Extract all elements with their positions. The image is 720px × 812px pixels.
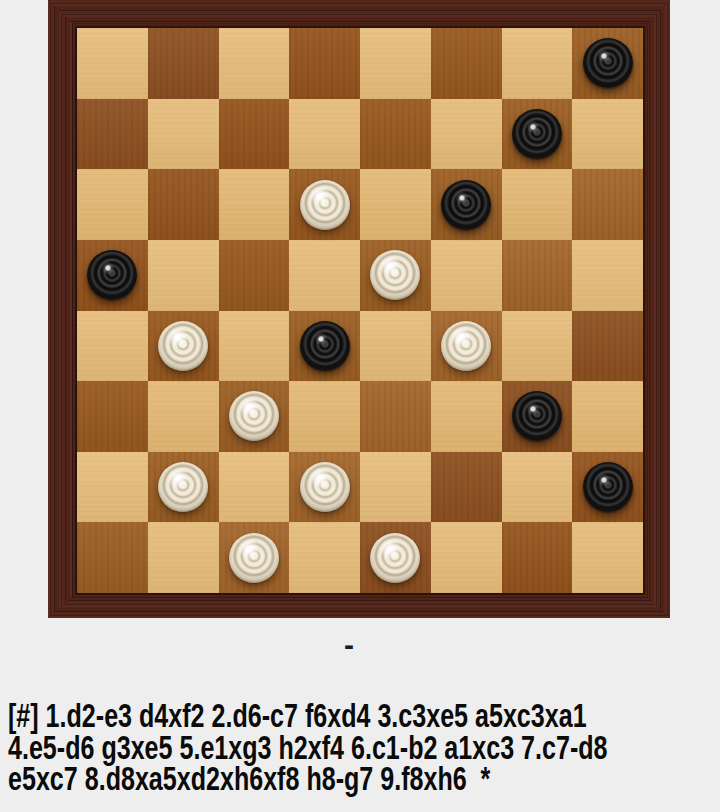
square-b8[interactable] — [148, 28, 219, 99]
square-f4[interactable] — [431, 311, 502, 382]
square-f2[interactable] — [431, 452, 502, 523]
white-man-f4[interactable] — [441, 321, 491, 371]
square-g4[interactable] — [502, 311, 573, 382]
square-f1[interactable] — [431, 522, 502, 593]
board-frame-right — [643, 0, 670, 618]
square-h2[interactable] — [572, 452, 643, 523]
square-f7[interactable] — [431, 99, 502, 170]
move-list-line: [#] 1.d2-e3 d4xf2 2.d6-c7 f6xd4 3.c3xe5 … — [8, 700, 549, 732]
square-a5[interactable] — [77, 240, 148, 311]
square-a7[interactable] — [77, 99, 148, 170]
square-e8[interactable] — [360, 28, 431, 99]
square-d3[interactable] — [289, 381, 360, 452]
white-man-d6[interactable] — [300, 180, 350, 230]
square-b6[interactable] — [148, 169, 219, 240]
square-e6[interactable] — [360, 169, 431, 240]
move-list-line: e5xc7 8.d8xa5xd2xh6xf8 h8-g7 9.f8xh6 * — [8, 763, 549, 795]
black-man-d4[interactable] — [300, 321, 350, 371]
white-man-d2[interactable] — [300, 462, 350, 512]
square-b5[interactable] — [148, 240, 219, 311]
square-d4[interactable] — [289, 311, 360, 382]
white-man-b4[interactable] — [158, 321, 208, 371]
square-d2[interactable] — [289, 452, 360, 523]
square-e1[interactable] — [360, 522, 431, 593]
white-man-c3[interactable] — [229, 391, 279, 441]
square-b1[interactable] — [148, 522, 219, 593]
square-h6[interactable] — [572, 169, 643, 240]
black-man-g7[interactable] — [512, 109, 562, 159]
square-a2[interactable] — [77, 452, 148, 523]
square-c2[interactable] — [219, 452, 290, 523]
white-man-e1[interactable] — [370, 533, 420, 583]
square-d1[interactable] — [289, 522, 360, 593]
black-man-g3[interactable] — [512, 391, 562, 441]
square-e3[interactable] — [360, 381, 431, 452]
square-e5[interactable] — [360, 240, 431, 311]
square-c4[interactable] — [219, 311, 290, 382]
square-b3[interactable] — [148, 381, 219, 452]
square-g5[interactable] — [502, 240, 573, 311]
square-c7[interactable] — [219, 99, 290, 170]
square-g3[interactable] — [502, 381, 573, 452]
square-f8[interactable] — [431, 28, 502, 99]
square-a6[interactable] — [77, 169, 148, 240]
square-g8[interactable] — [502, 28, 573, 99]
square-a3[interactable] — [77, 381, 148, 452]
square-h7[interactable] — [572, 99, 643, 170]
square-f3[interactable] — [431, 381, 502, 452]
move-list-line: 4.e5-d6 g3xe5 5.e1xg3 h2xf4 6.c1-b2 a1xc… — [8, 732, 549, 764]
board-frame-left — [48, 0, 77, 618]
square-h4[interactable] — [572, 311, 643, 382]
square-e7[interactable] — [360, 99, 431, 170]
square-g2[interactable] — [502, 452, 573, 523]
square-a1[interactable] — [77, 522, 148, 593]
square-c6[interactable] — [219, 169, 290, 240]
black-man-a5[interactable] — [87, 250, 137, 300]
board-grid — [77, 28, 643, 593]
square-g7[interactable] — [502, 99, 573, 170]
square-c1[interactable] — [219, 522, 290, 593]
result-separator: - — [0, 630, 709, 660]
square-d6[interactable] — [289, 169, 360, 240]
square-f5[interactable] — [431, 240, 502, 311]
square-c8[interactable] — [219, 28, 290, 99]
square-e2[interactable] — [360, 452, 431, 523]
square-c3[interactable] — [219, 381, 290, 452]
square-d7[interactable] — [289, 99, 360, 170]
square-h3[interactable] — [572, 381, 643, 452]
square-d8[interactable] — [289, 28, 360, 99]
black-man-h8[interactable] — [583, 38, 633, 88]
square-h1[interactable] — [572, 522, 643, 593]
move-list: [#] 1.d2-e3 d4xf2 2.d6-c7 f6xd4 3.c3xe5 … — [8, 700, 720, 795]
board-frame-top — [48, 0, 670, 28]
white-man-c1[interactable] — [229, 533, 279, 583]
square-f6[interactable] — [431, 169, 502, 240]
square-a8[interactable] — [77, 28, 148, 99]
square-c5[interactable] — [219, 240, 290, 311]
square-b2[interactable] — [148, 452, 219, 523]
square-e4[interactable] — [360, 311, 431, 382]
square-d5[interactable] — [289, 240, 360, 311]
black-man-f6[interactable] — [441, 180, 491, 230]
square-g1[interactable] — [502, 522, 573, 593]
black-man-h2[interactable] — [583, 462, 633, 512]
board-frame-bottom — [48, 593, 670, 618]
square-g6[interactable] — [502, 169, 573, 240]
square-h8[interactable] — [572, 28, 643, 99]
checkers-board — [48, 0, 670, 618]
square-b4[interactable] — [148, 311, 219, 382]
square-b7[interactable] — [148, 99, 219, 170]
square-a4[interactable] — [77, 311, 148, 382]
square-h5[interactable] — [572, 240, 643, 311]
white-man-e5[interactable] — [370, 250, 420, 300]
white-man-b2[interactable] — [158, 462, 208, 512]
